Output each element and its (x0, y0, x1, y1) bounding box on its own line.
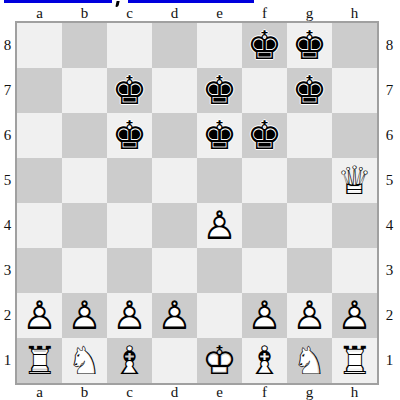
piece-wp-b2[interactable]: ♟♙ (62, 293, 107, 338)
square-f7[interactable] (242, 68, 287, 113)
piece-bk-g7[interactable]: ♚ (287, 68, 332, 113)
piece-wb-f1[interactable]: ♝♗ (242, 338, 287, 383)
square-f5[interactable] (242, 158, 287, 203)
square-a5[interactable] (17, 158, 62, 203)
piece-wk-e1[interactable]: ♚♔ (197, 338, 242, 383)
square-d6[interactable] (152, 113, 197, 158)
piece-glyph: ♚ (242, 113, 287, 158)
piece-bk-g8[interactable]: ♚ (287, 23, 332, 68)
piece-bk-c7[interactable]: ♚ (107, 68, 152, 113)
piece-outline: ♕ (332, 158, 377, 203)
square-d4[interactable] (152, 203, 197, 248)
piece-outline: ♘ (287, 338, 332, 383)
square-a4[interactable] (17, 203, 62, 248)
file-label-c: c (107, 385, 152, 400)
square-a3[interactable] (17, 248, 62, 293)
rank-label-5: 5 (379, 158, 400, 203)
square-e5[interactable] (197, 158, 242, 203)
rank-label-7: 7 (0, 68, 15, 113)
square-e3[interactable] (197, 248, 242, 293)
file-label-c: c (107, 6, 152, 21)
piece-bk-c6[interactable]: ♚ (107, 113, 152, 158)
file-label-g: g (287, 6, 332, 21)
square-e8[interactable] (197, 23, 242, 68)
piece-glyph: ♚ (287, 68, 332, 113)
rank-label-4: 4 (379, 203, 400, 248)
piece-wp-h2[interactable]: ♟♙ (332, 293, 377, 338)
square-h4[interactable] (332, 203, 377, 248)
piece-glyph: ♚ (197, 68, 242, 113)
piece-outline: ♙ (197, 203, 242, 248)
square-d2[interactable]: ♟♙ (152, 293, 197, 338)
rank-label-3: 3 (0, 248, 15, 293)
file-label-d: d (152, 385, 197, 400)
rank-labels-right: 87654321 (379, 21, 400, 385)
piece-wp-d2[interactable]: ♟♙ (152, 293, 197, 338)
rank-label-8: 8 (379, 23, 400, 68)
piece-wn-g1[interactable]: ♞♘ (287, 338, 332, 383)
file-label-g: g (287, 385, 332, 400)
file-label-h: h (332, 6, 377, 21)
square-b8[interactable] (62, 23, 107, 68)
file-label-d: d (152, 6, 197, 21)
piece-outline: ♙ (17, 293, 62, 338)
piece-outline: ♘ (62, 338, 107, 383)
square-e6[interactable]: ♚ (197, 113, 242, 158)
piece-glyph: ♚ (107, 68, 152, 113)
square-b2[interactable]: ♟♙ (62, 293, 107, 338)
square-c1[interactable]: ♝♗ (107, 338, 152, 383)
piece-bk-e7[interactable]: ♚ (197, 68, 242, 113)
rank-label-1: 1 (0, 338, 15, 383)
square-h2[interactable]: ♟♙ (332, 293, 377, 338)
piece-bk-f6[interactable]: ♚ (242, 113, 287, 158)
piece-wn-b1[interactable]: ♞♘ (62, 338, 107, 383)
square-b1[interactable]: ♞♘ (62, 338, 107, 383)
rank-labels-left: 87654321 (0, 21, 15, 385)
square-d8[interactable] (152, 23, 197, 68)
square-a2[interactable]: ♟♙ (17, 293, 62, 338)
piece-outline: ♙ (242, 293, 287, 338)
square-d1[interactable] (152, 338, 197, 383)
file-label-e: e (197, 6, 242, 21)
piece-glyph: ♚ (287, 23, 332, 68)
piece-wp-f2[interactable]: ♟♙ (242, 293, 287, 338)
square-e2[interactable] (197, 293, 242, 338)
piece-bk-e6[interactable]: ♚ (197, 113, 242, 158)
square-f4[interactable] (242, 203, 287, 248)
rank-label-5: 5 (0, 158, 15, 203)
rank-label-2: 2 (0, 293, 15, 338)
square-f8[interactable]: ♚ (242, 23, 287, 68)
piece-wr-a1[interactable]: ♜♖ (17, 338, 62, 383)
square-g1[interactable]: ♞♘ (287, 338, 332, 383)
square-h1[interactable]: ♜♖ (332, 338, 377, 383)
square-c4[interactable] (107, 203, 152, 248)
piece-bk-f8[interactable]: ♚ (242, 23, 287, 68)
square-c3[interactable] (107, 248, 152, 293)
piece-outline: ♙ (332, 293, 377, 338)
chess-diagram-page: abcdefgh 87654321 ♚♚♚♚♚♚♚♚♛♕♟♙♟♙♟♙♟♙♟♙♟♙… (0, 0, 400, 400)
square-b4[interactable] (62, 203, 107, 248)
piece-outline: ♗ (107, 338, 152, 383)
piece-outline: ♙ (107, 293, 152, 338)
file-label-b: b (62, 385, 107, 400)
chess-diagram: abcdefgh 87654321 ♚♚♚♚♚♚♚♚♛♕♟♙♟♙♟♙♟♙♟♙♟♙… (0, 2, 400, 400)
piece-wq-h5[interactable]: ♛♕ (332, 158, 377, 203)
square-h7[interactable] (332, 68, 377, 113)
chess-board: ♚♚♚♚♚♚♚♚♛♕♟♙♟♙♟♙♟♙♟♙♟♙♟♙♟♙♜♖♞♘♝♗♚♔♝♗♞♘♜♖ (15, 21, 379, 385)
piece-outline: ♙ (287, 293, 332, 338)
square-f2[interactable]: ♟♙ (242, 293, 287, 338)
rank-label-8: 8 (0, 23, 15, 68)
square-h6[interactable] (332, 113, 377, 158)
rank-label-6: 6 (379, 113, 400, 158)
square-g6[interactable] (287, 113, 332, 158)
piece-outline: ♙ (62, 293, 107, 338)
square-b7[interactable] (62, 68, 107, 113)
square-f6[interactable]: ♚ (242, 113, 287, 158)
piece-outline: ♗ (242, 338, 287, 383)
rank-label-1: 1 (379, 338, 400, 383)
file-labels-top: abcdefgh (15, 2, 379, 21)
square-d5[interactable] (152, 158, 197, 203)
rank-label-2: 2 (379, 293, 400, 338)
square-b6[interactable] (62, 113, 107, 158)
piece-wp-e4[interactable]: ♟♙ (197, 203, 242, 248)
square-g4[interactable] (287, 203, 332, 248)
file-label-b: b (62, 6, 107, 21)
piece-glyph: ♚ (107, 113, 152, 158)
square-g5[interactable] (287, 158, 332, 203)
piece-wr-h1[interactable]: ♜♖ (332, 338, 377, 383)
rank-label-3: 3 (379, 248, 400, 293)
square-c7[interactable]: ♚ (107, 68, 152, 113)
square-g2[interactable]: ♟♙ (287, 293, 332, 338)
square-g7[interactable]: ♚ (287, 68, 332, 113)
piece-outline: ♖ (17, 338, 62, 383)
square-c6[interactable]: ♚ (107, 113, 152, 158)
square-c8[interactable] (107, 23, 152, 68)
square-e4[interactable]: ♟♙ (197, 203, 242, 248)
square-g8[interactable]: ♚ (287, 23, 332, 68)
square-e1[interactable]: ♚♔ (197, 338, 242, 383)
piece-wb-c1[interactable]: ♝♗ (107, 338, 152, 383)
piece-wp-g2[interactable]: ♟♙ (287, 293, 332, 338)
rank-label-6: 6 (0, 113, 15, 158)
file-label-f: f (242, 385, 287, 400)
rank-label-4: 4 (0, 203, 15, 248)
square-h3[interactable] (332, 248, 377, 293)
rank-label-7: 7 (379, 68, 400, 113)
square-a8[interactable] (17, 23, 62, 68)
square-e7[interactable]: ♚ (197, 68, 242, 113)
file-label-f: f (242, 6, 287, 21)
file-label-e: e (197, 385, 242, 400)
square-f1[interactable]: ♝♗ (242, 338, 287, 383)
square-h8[interactable] (332, 23, 377, 68)
square-c5[interactable] (107, 158, 152, 203)
file-labels-bottom: abcdefgh (15, 385, 379, 400)
square-g3[interactable] (287, 248, 332, 293)
square-a6[interactable] (17, 113, 62, 158)
square-a1[interactable]: ♜♖ (17, 338, 62, 383)
square-b3[interactable] (62, 248, 107, 293)
file-label-a: a (17, 6, 62, 21)
file-label-h: h (332, 385, 377, 400)
square-f3[interactable] (242, 248, 287, 293)
square-a7[interactable] (17, 68, 62, 113)
piece-outline: ♖ (332, 338, 377, 383)
piece-wp-a2[interactable]: ♟♙ (17, 293, 62, 338)
square-b5[interactable] (62, 158, 107, 203)
square-c2[interactable]: ♟♙ (107, 293, 152, 338)
file-label-a: a (17, 385, 62, 400)
piece-outline: ♙ (152, 293, 197, 338)
piece-glyph: ♚ (242, 23, 287, 68)
square-h5[interactable]: ♛♕ (332, 158, 377, 203)
piece-glyph: ♚ (197, 113, 242, 158)
square-d3[interactable] (152, 248, 197, 293)
piece-wp-c2[interactable]: ♟♙ (107, 293, 152, 338)
piece-outline: ♔ (197, 338, 242, 383)
square-d7[interactable] (152, 68, 197, 113)
